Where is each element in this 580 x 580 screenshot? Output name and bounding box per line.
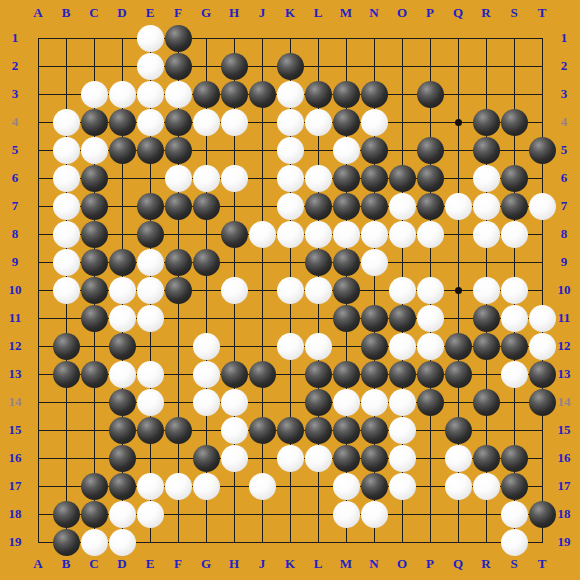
white-stone-H16[interactable]: [221, 445, 248, 472]
white-stone-D3[interactable]: [109, 81, 136, 108]
col-label-top-B: B: [62, 6, 71, 20]
white-stone-E2[interactable]: [137, 53, 164, 80]
white-stone-H14[interactable]: [221, 389, 248, 416]
white-stone-Q17[interactable]: [445, 473, 472, 500]
row-label-right-4: 4: [561, 115, 568, 129]
black-stone-M9[interactable]: [333, 249, 360, 276]
black-stone-C10[interactable]: [81, 277, 108, 304]
star-point-Q10: [455, 287, 462, 294]
black-stone-H3[interactable]: [221, 81, 248, 108]
black-stone-M13[interactable]: [333, 361, 360, 388]
white-stone-D10[interactable]: [109, 277, 136, 304]
black-stone-M16[interactable]: [333, 445, 360, 472]
black-stone-M15[interactable]: [333, 417, 360, 444]
col-label-bottom-T: T: [538, 557, 547, 571]
star-point-Q4: [455, 119, 462, 126]
white-stone-T12[interactable]: [529, 333, 556, 360]
col-label-top-K: K: [285, 6, 295, 20]
black-stone-R12[interactable]: [473, 333, 500, 360]
row-label-right-7: 7: [561, 199, 568, 213]
black-stone-P13[interactable]: [417, 361, 444, 388]
white-stone-R8[interactable]: [473, 221, 500, 248]
white-stone-D19[interactable]: [109, 529, 136, 556]
white-stone-K16[interactable]: [277, 445, 304, 472]
white-stone-B8[interactable]: [53, 221, 80, 248]
black-stone-C18[interactable]: [81, 501, 108, 528]
white-stone-J8[interactable]: [249, 221, 276, 248]
white-stone-Q7[interactable]: [445, 193, 472, 220]
row-label-right-17: 17: [558, 479, 571, 493]
black-stone-S16[interactable]: [501, 445, 528, 472]
black-stone-M10[interactable]: [333, 277, 360, 304]
white-stone-N8[interactable]: [361, 221, 388, 248]
white-stone-B9[interactable]: [53, 249, 80, 276]
black-stone-C8[interactable]: [81, 221, 108, 248]
row-label-right-16: 16: [558, 451, 571, 465]
black-stone-B19[interactable]: [53, 529, 80, 556]
white-stone-S19[interactable]: [501, 529, 528, 556]
black-stone-P5[interactable]: [417, 137, 444, 164]
black-stone-F1[interactable]: [165, 25, 192, 52]
black-stone-G16[interactable]: [193, 445, 220, 472]
go-board: AA11BB22CC33DD44EE55FF66GG77HH88JJ99KK10…: [0, 0, 580, 580]
white-stone-G13[interactable]: [193, 361, 220, 388]
black-stone-C7[interactable]: [81, 193, 108, 220]
white-stone-N14[interactable]: [361, 389, 388, 416]
row-label-left-10: 10: [9, 283, 22, 297]
black-stone-K15[interactable]: [277, 417, 304, 444]
row-label-left-7: 7: [12, 199, 19, 213]
black-stone-P14[interactable]: [417, 389, 444, 416]
black-stone-D14[interactable]: [109, 389, 136, 416]
col-label-top-R: R: [481, 6, 490, 20]
row-label-right-11: 11: [558, 311, 570, 325]
black-stone-L7[interactable]: [305, 193, 332, 220]
black-stone-G7[interactable]: [193, 193, 220, 220]
col-label-top-O: O: [397, 6, 407, 20]
black-stone-S12[interactable]: [501, 333, 528, 360]
black-stone-K2[interactable]: [277, 53, 304, 80]
col-label-bottom-S: S: [510, 557, 517, 571]
white-stone-H15[interactable]: [221, 417, 248, 444]
black-stone-J15[interactable]: [249, 417, 276, 444]
black-stone-F2[interactable]: [165, 53, 192, 80]
white-stone-R17[interactable]: [473, 473, 500, 500]
col-label-bottom-K: K: [285, 557, 295, 571]
col-label-bottom-L: L: [314, 557, 323, 571]
row-label-right-2: 2: [561, 59, 568, 73]
white-stone-M8[interactable]: [333, 221, 360, 248]
white-stone-E9[interactable]: [137, 249, 164, 276]
white-stone-C19[interactable]: [81, 529, 108, 556]
white-stone-S8[interactable]: [501, 221, 528, 248]
col-label-top-D: D: [117, 6, 126, 20]
white-stone-K10[interactable]: [277, 277, 304, 304]
row-label-right-8: 8: [561, 227, 568, 241]
white-stone-O10[interactable]: [389, 277, 416, 304]
white-stone-M14[interactable]: [333, 389, 360, 416]
black-stone-F15[interactable]: [165, 417, 192, 444]
black-stone-F4[interactable]: [165, 109, 192, 136]
white-stone-T7[interactable]: [529, 193, 556, 220]
black-stone-N11[interactable]: [361, 305, 388, 332]
white-stone-C5[interactable]: [81, 137, 108, 164]
row-label-right-3: 3: [561, 87, 568, 101]
black-stone-H8[interactable]: [221, 221, 248, 248]
white-stone-O12[interactable]: [389, 333, 416, 360]
black-stone-M11[interactable]: [333, 305, 360, 332]
black-stone-E15[interactable]: [137, 417, 164, 444]
black-stone-J3[interactable]: [249, 81, 276, 108]
black-stone-C11[interactable]: [81, 305, 108, 332]
row-label-right-5: 5: [561, 143, 568, 157]
white-stone-C3[interactable]: [81, 81, 108, 108]
black-stone-F10[interactable]: [165, 277, 192, 304]
white-stone-K8[interactable]: [277, 221, 304, 248]
white-stone-K7[interactable]: [277, 193, 304, 220]
black-stone-H2[interactable]: [221, 53, 248, 80]
black-stone-Q12[interactable]: [445, 333, 472, 360]
black-stone-L15[interactable]: [305, 417, 332, 444]
white-stone-R7[interactable]: [473, 193, 500, 220]
white-stone-H4[interactable]: [221, 109, 248, 136]
white-stone-G6[interactable]: [193, 165, 220, 192]
black-stone-N12[interactable]: [361, 333, 388, 360]
row-label-left-6: 6: [12, 171, 19, 185]
col-label-bottom-C: C: [89, 557, 98, 571]
black-stone-D4[interactable]: [109, 109, 136, 136]
white-stone-N18[interactable]: [361, 501, 388, 528]
black-stone-F5[interactable]: [165, 137, 192, 164]
black-stone-N7[interactable]: [361, 193, 388, 220]
col-label-top-J: J: [259, 6, 266, 20]
black-stone-E7[interactable]: [137, 193, 164, 220]
white-stone-S13[interactable]: [501, 361, 528, 388]
col-label-top-N: N: [369, 6, 378, 20]
row-label-left-8: 8: [12, 227, 19, 241]
white-stone-M5[interactable]: [333, 137, 360, 164]
col-label-bottom-O: O: [397, 557, 407, 571]
black-stone-C17[interactable]: [81, 473, 108, 500]
row-label-right-10: 10: [558, 283, 571, 297]
col-label-top-S: S: [510, 6, 517, 20]
row-label-left-11: 11: [9, 311, 21, 325]
col-label-top-L: L: [314, 6, 323, 20]
white-stone-K5[interactable]: [277, 137, 304, 164]
black-stone-S4[interactable]: [501, 109, 528, 136]
white-stone-K6[interactable]: [277, 165, 304, 192]
row-label-left-1: 1: [12, 31, 19, 45]
white-stone-B7[interactable]: [53, 193, 80, 220]
white-stone-R10[interactable]: [473, 277, 500, 304]
white-stone-P12[interactable]: [417, 333, 444, 360]
black-stone-D9[interactable]: [109, 249, 136, 276]
black-stone-M6[interactable]: [333, 165, 360, 192]
black-stone-C9[interactable]: [81, 249, 108, 276]
black-stone-O6[interactable]: [389, 165, 416, 192]
white-stone-S11[interactable]: [501, 305, 528, 332]
black-stone-N3[interactable]: [361, 81, 388, 108]
col-label-top-A: A: [33, 6, 42, 20]
white-stone-K4[interactable]: [277, 109, 304, 136]
white-stone-F3[interactable]: [165, 81, 192, 108]
white-stone-E13[interactable]: [137, 361, 164, 388]
row-label-right-13: 13: [558, 367, 571, 381]
black-stone-F7[interactable]: [165, 193, 192, 220]
white-stone-D18[interactable]: [109, 501, 136, 528]
black-stone-D17[interactable]: [109, 473, 136, 500]
col-label-bottom-J: J: [259, 557, 266, 571]
white-stone-L8[interactable]: [305, 221, 332, 248]
col-label-bottom-M: M: [340, 557, 352, 571]
black-stone-B18[interactable]: [53, 501, 80, 528]
white-stone-O8[interactable]: [389, 221, 416, 248]
row-label-left-4: 4: [12, 115, 19, 129]
row-label-left-12: 12: [9, 339, 22, 353]
black-stone-O11[interactable]: [389, 305, 416, 332]
white-stone-M18[interactable]: [333, 501, 360, 528]
row-label-left-5: 5: [12, 143, 19, 157]
black-stone-H13[interactable]: [221, 361, 248, 388]
white-stone-E14[interactable]: [137, 389, 164, 416]
row-label-left-2: 2: [12, 59, 19, 73]
white-stone-G12[interactable]: [193, 333, 220, 360]
row-label-left-9: 9: [12, 255, 19, 269]
black-stone-P6[interactable]: [417, 165, 444, 192]
white-stone-E17[interactable]: [137, 473, 164, 500]
white-stone-Q16[interactable]: [445, 445, 472, 472]
white-stone-H10[interactable]: [221, 277, 248, 304]
col-label-top-P: P: [426, 6, 434, 20]
white-stone-T11[interactable]: [529, 305, 556, 332]
row-label-left-3: 3: [12, 87, 19, 101]
white-stone-D13[interactable]: [109, 361, 136, 388]
white-stone-O16[interactable]: [389, 445, 416, 472]
black-stone-T18[interactable]: [529, 501, 556, 528]
black-stone-G9[interactable]: [193, 249, 220, 276]
col-label-top-F: F: [174, 6, 182, 20]
row-label-left-19: 19: [9, 535, 22, 549]
row-label-left-16: 16: [9, 451, 22, 465]
white-stone-P11[interactable]: [417, 305, 444, 332]
black-stone-T14[interactable]: [529, 389, 556, 416]
col-label-bottom-A: A: [33, 557, 42, 571]
row-label-right-9: 9: [561, 255, 568, 269]
black-stone-B12[interactable]: [53, 333, 80, 360]
black-stone-R16[interactable]: [473, 445, 500, 472]
black-stone-E5[interactable]: [137, 137, 164, 164]
col-label-bottom-D: D: [117, 557, 126, 571]
row-label-right-15: 15: [558, 423, 571, 437]
black-stone-L9[interactable]: [305, 249, 332, 276]
white-stone-F17[interactable]: [165, 473, 192, 500]
white-stone-O17[interactable]: [389, 473, 416, 500]
white-stone-L6[interactable]: [305, 165, 332, 192]
col-label-bottom-F: F: [174, 557, 182, 571]
white-stone-B10[interactable]: [53, 277, 80, 304]
white-stone-N9[interactable]: [361, 249, 388, 276]
white-stone-B5[interactable]: [53, 137, 80, 164]
black-stone-S7[interactable]: [501, 193, 528, 220]
black-stone-C13[interactable]: [81, 361, 108, 388]
black-stone-T13[interactable]: [529, 361, 556, 388]
black-stone-P3[interactable]: [417, 81, 444, 108]
row-label-right-1: 1: [561, 31, 568, 45]
row-label-right-12: 12: [558, 339, 571, 353]
row-label-right-19: 19: [558, 535, 571, 549]
col-label-bottom-H: H: [229, 557, 239, 571]
white-stone-L4[interactable]: [305, 109, 332, 136]
black-stone-M3[interactable]: [333, 81, 360, 108]
col-label-top-C: C: [89, 6, 98, 20]
white-stone-R6[interactable]: [473, 165, 500, 192]
black-stone-N15[interactable]: [361, 417, 388, 444]
black-stone-N5[interactable]: [361, 137, 388, 164]
col-label-top-G: G: [201, 6, 211, 20]
black-stone-R14[interactable]: [473, 389, 500, 416]
black-stone-F9[interactable]: [165, 249, 192, 276]
white-stone-L10[interactable]: [305, 277, 332, 304]
white-stone-P8[interactable]: [417, 221, 444, 248]
white-stone-E18[interactable]: [137, 501, 164, 528]
black-stone-R4[interactable]: [473, 109, 500, 136]
white-stone-D11[interactable]: [109, 305, 136, 332]
black-stone-Q13[interactable]: [445, 361, 472, 388]
row-label-left-17: 17: [9, 479, 22, 493]
white-stone-O15[interactable]: [389, 417, 416, 444]
black-stone-D12[interactable]: [109, 333, 136, 360]
black-stone-L14[interactable]: [305, 389, 332, 416]
black-stone-C4[interactable]: [81, 109, 108, 136]
white-stone-L16[interactable]: [305, 445, 332, 472]
col-label-bottom-E: E: [146, 557, 155, 571]
black-stone-D16[interactable]: [109, 445, 136, 472]
white-stone-B4[interactable]: [53, 109, 80, 136]
black-stone-O13[interactable]: [389, 361, 416, 388]
black-stone-R5[interactable]: [473, 137, 500, 164]
white-stone-H6[interactable]: [221, 165, 248, 192]
col-label-bottom-R: R: [481, 557, 490, 571]
black-stone-N13[interactable]: [361, 361, 388, 388]
white-stone-S18[interactable]: [501, 501, 528, 528]
black-stone-Q15[interactable]: [445, 417, 472, 444]
black-stone-M7[interactable]: [333, 193, 360, 220]
black-stone-S17[interactable]: [501, 473, 528, 500]
white-stone-E10[interactable]: [137, 277, 164, 304]
white-stone-S10[interactable]: [501, 277, 528, 304]
black-stone-S6[interactable]: [501, 165, 528, 192]
white-stone-K12[interactable]: [277, 333, 304, 360]
white-stone-L12[interactable]: [305, 333, 332, 360]
black-stone-P7[interactable]: [417, 193, 444, 220]
black-stone-R11[interactable]: [473, 305, 500, 332]
col-label-top-E: E: [146, 6, 155, 20]
row-label-left-13: 13: [9, 367, 22, 381]
row-label-left-14: 14: [9, 395, 22, 409]
white-stone-E1[interactable]: [137, 25, 164, 52]
col-label-top-T: T: [538, 6, 547, 20]
black-stone-L13[interactable]: [305, 361, 332, 388]
col-label-bottom-B: B: [62, 557, 71, 571]
col-label-bottom-N: N: [369, 557, 378, 571]
white-stone-B6[interactable]: [53, 165, 80, 192]
white-stone-F6[interactable]: [165, 165, 192, 192]
col-label-bottom-P: P: [426, 557, 434, 571]
white-stone-O14[interactable]: [389, 389, 416, 416]
black-stone-N16[interactable]: [361, 445, 388, 472]
black-stone-G3[interactable]: [193, 81, 220, 108]
white-stone-O7[interactable]: [389, 193, 416, 220]
white-stone-E4[interactable]: [137, 109, 164, 136]
grid-line-v-T: [542, 38, 543, 543]
white-stone-K3[interactable]: [277, 81, 304, 108]
black-stone-N17[interactable]: [361, 473, 388, 500]
col-label-top-M: M: [340, 6, 352, 20]
black-stone-E8[interactable]: [137, 221, 164, 248]
black-stone-D15[interactable]: [109, 417, 136, 444]
white-stone-G17[interactable]: [193, 473, 220, 500]
white-stone-M17[interactable]: [333, 473, 360, 500]
white-stone-G4[interactable]: [193, 109, 220, 136]
row-label-left-18: 18: [9, 507, 22, 521]
black-stone-D5[interactable]: [109, 137, 136, 164]
black-stone-L3[interactable]: [305, 81, 332, 108]
row-label-right-14: 14: [558, 395, 571, 409]
col-label-bottom-Q: Q: [453, 557, 463, 571]
white-stone-P10[interactable]: [417, 277, 444, 304]
black-stone-B13[interactable]: [53, 361, 80, 388]
row-label-right-18: 18: [558, 507, 571, 521]
white-stone-E11[interactable]: [137, 305, 164, 332]
black-stone-C6[interactable]: [81, 165, 108, 192]
white-stone-G14[interactable]: [193, 389, 220, 416]
white-stone-J17[interactable]: [249, 473, 276, 500]
row-label-right-6: 6: [561, 171, 568, 185]
black-stone-M4[interactable]: [333, 109, 360, 136]
black-stone-T5[interactable]: [529, 137, 556, 164]
black-stone-J13[interactable]: [249, 361, 276, 388]
row-label-left-15: 15: [9, 423, 22, 437]
col-label-top-H: H: [229, 6, 239, 20]
white-stone-E3[interactable]: [137, 81, 164, 108]
col-label-bottom-G: G: [201, 557, 211, 571]
white-stone-N4[interactable]: [361, 109, 388, 136]
black-stone-N6[interactable]: [361, 165, 388, 192]
col-label-top-Q: Q: [453, 6, 463, 20]
